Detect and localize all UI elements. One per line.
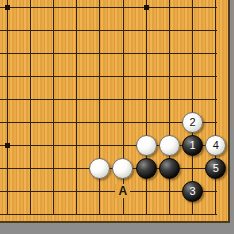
point-label-A[interactable]: A xyxy=(115,184,130,198)
white-stone-move-2[interactable]: 2 xyxy=(182,112,203,133)
white-stone-move-4[interactable]: 4 xyxy=(205,135,226,156)
white-stone[interactable] xyxy=(136,135,157,156)
go-board[interactable]: 21453A xyxy=(0,0,230,223)
move-number-label: 4 xyxy=(213,140,219,151)
move-number-label: 1 xyxy=(189,140,195,151)
white-stone[interactable] xyxy=(159,135,180,156)
black-stone-move-5[interactable]: 5 xyxy=(205,158,226,179)
move-number-label: 2 xyxy=(189,117,195,128)
black-stone[interactable] xyxy=(159,158,180,179)
move-number-label: 3 xyxy=(189,186,195,197)
stones-layer: 21453A xyxy=(0,0,227,226)
white-stone[interactable] xyxy=(112,158,133,179)
go-diagram: 21453A xyxy=(0,0,234,234)
white-stone[interactable] xyxy=(89,158,110,179)
black-stone-move-1[interactable]: 1 xyxy=(182,135,203,156)
black-stone-move-3[interactable]: 3 xyxy=(182,181,203,202)
move-number-label: 5 xyxy=(213,163,219,174)
black-stone[interactable] xyxy=(136,158,157,179)
